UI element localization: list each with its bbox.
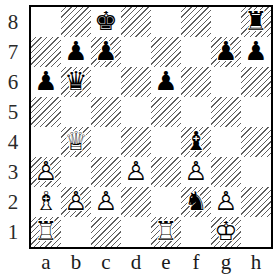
black-pawn: ♟︎ xyxy=(151,67,181,97)
square-d1[interactable] xyxy=(121,217,151,247)
white-pawn: ♟︎♙ xyxy=(181,157,211,187)
square-a5[interactable] xyxy=(31,97,61,127)
square-f4[interactable]: ♝ xyxy=(181,127,211,157)
square-g2[interactable]: ♟︎♙ xyxy=(211,187,241,217)
file-label-g: g xyxy=(211,249,241,276)
square-g8[interactable] xyxy=(211,7,241,37)
white-queen: ♛♕ xyxy=(61,127,91,157)
rank-label-7: 7 xyxy=(0,37,26,67)
black-pawn: ♟︎ xyxy=(61,37,91,67)
square-h2[interactable] xyxy=(241,187,271,217)
square-g7[interactable]: ♟︎ xyxy=(211,37,241,67)
square-g1[interactable]: ♚♔ xyxy=(211,217,241,247)
square-e3[interactable] xyxy=(151,157,181,187)
square-g6[interactable] xyxy=(211,67,241,97)
square-g3[interactable] xyxy=(211,157,241,187)
file-label-c: c xyxy=(91,249,121,276)
square-c1[interactable] xyxy=(91,217,121,247)
square-c8[interactable]: ♚ xyxy=(91,7,121,37)
square-b1[interactable] xyxy=(61,217,91,247)
square-g5[interactable] xyxy=(211,97,241,127)
square-h6[interactable] xyxy=(241,67,271,97)
white-pawn: ♟︎♙ xyxy=(211,187,241,217)
white-king: ♚♔ xyxy=(211,217,241,247)
file-label-f: f xyxy=(181,249,211,276)
file-label-h: h xyxy=(241,249,271,276)
square-f3[interactable]: ♟︎♙ xyxy=(181,157,211,187)
square-f2[interactable]: ♞ xyxy=(181,187,211,217)
black-pawn: ♟︎ xyxy=(241,37,271,67)
square-b6[interactable]: ♛ xyxy=(61,67,91,97)
square-d5[interactable] xyxy=(121,97,151,127)
file-label-a: a xyxy=(31,249,61,276)
square-f6[interactable] xyxy=(181,67,211,97)
black-king: ♚ xyxy=(91,7,121,37)
square-d3[interactable]: ♟︎♙ xyxy=(121,157,151,187)
white-rook: ♜♖ xyxy=(151,217,181,247)
black-bishop: ♝ xyxy=(181,127,211,157)
file-label-d: d xyxy=(121,249,151,276)
white-pawn: ♟︎♙ xyxy=(121,157,151,187)
black-knight: ♞ xyxy=(181,187,211,217)
square-h3[interactable] xyxy=(241,157,271,187)
rank-label-5: 5 xyxy=(0,97,26,127)
white-bishop: ♝♗ xyxy=(31,187,61,217)
white-pawn: ♟︎♙ xyxy=(31,157,61,187)
black-pawn: ♟︎ xyxy=(211,37,241,67)
square-b3[interactable] xyxy=(61,157,91,187)
square-b5[interactable] xyxy=(61,97,91,127)
square-f1[interactable] xyxy=(181,217,211,247)
black-pawn: ♟︎ xyxy=(91,37,121,67)
rank-label-4: 4 xyxy=(0,127,26,157)
square-b2[interactable]: ♟︎♙ xyxy=(61,187,91,217)
square-c4[interactable] xyxy=(91,127,121,157)
square-h8[interactable]: ♜ xyxy=(241,7,271,37)
square-a2[interactable]: ♝♗ xyxy=(31,187,61,217)
chess-diagram: 87654321 ♚♜♟︎♟︎♟︎♟︎♟︎♛♟︎♛♕♝♟︎♙♟︎♙♟︎♙♝♗♟︎… xyxy=(0,0,279,280)
file-label-e: e xyxy=(151,249,181,276)
square-b4[interactable]: ♛♕ xyxy=(61,127,91,157)
square-a7[interactable] xyxy=(31,37,61,67)
square-c3[interactable] xyxy=(91,157,121,187)
square-e2[interactable] xyxy=(151,187,181,217)
square-g4[interactable] xyxy=(211,127,241,157)
black-pawn: ♟︎ xyxy=(31,67,61,97)
square-b7[interactable]: ♟︎ xyxy=(61,37,91,67)
board: ♚♜♟︎♟︎♟︎♟︎♟︎♛♟︎♛♕♝♟︎♙♟︎♙♟︎♙♝♗♟︎♙♟︎♙♞♟︎♙♜… xyxy=(29,5,273,249)
square-c5[interactable] xyxy=(91,97,121,127)
file-label-b: b xyxy=(61,249,91,276)
square-h5[interactable] xyxy=(241,97,271,127)
rank-label-3: 3 xyxy=(0,157,26,187)
square-a6[interactable]: ♟︎ xyxy=(31,67,61,97)
rank-label-8: 8 xyxy=(0,7,26,37)
white-pawn: ♟︎♙ xyxy=(61,187,91,217)
square-b8[interactable] xyxy=(61,7,91,37)
square-f8[interactable] xyxy=(181,7,211,37)
square-e1[interactable]: ♜♖ xyxy=(151,217,181,247)
square-h4[interactable] xyxy=(241,127,271,157)
rank-label-1: 1 xyxy=(0,217,26,247)
black-rook: ♜ xyxy=(241,7,271,37)
square-e7[interactable] xyxy=(151,37,181,67)
square-h7[interactable]: ♟︎ xyxy=(241,37,271,67)
square-a8[interactable] xyxy=(31,7,61,37)
rank-labels: 87654321 xyxy=(0,7,26,247)
rank-label-6: 6 xyxy=(0,67,26,97)
square-c2[interactable]: ♟︎♙ xyxy=(91,187,121,217)
square-d6[interactable] xyxy=(121,67,151,97)
black-queen: ♛ xyxy=(61,67,91,97)
file-labels: abcdefgh xyxy=(31,249,271,276)
square-d2[interactable] xyxy=(121,187,151,217)
square-e4[interactable] xyxy=(151,127,181,157)
square-d4[interactable] xyxy=(121,127,151,157)
square-a1[interactable]: ♜♖ xyxy=(31,217,61,247)
square-e5[interactable] xyxy=(151,97,181,127)
square-c6[interactable] xyxy=(91,67,121,97)
square-h1[interactable] xyxy=(241,217,271,247)
square-c7[interactable]: ♟︎ xyxy=(91,37,121,67)
square-f7[interactable] xyxy=(181,37,211,67)
rank-label-2: 2 xyxy=(0,187,26,217)
square-a4[interactable] xyxy=(31,127,61,157)
square-e6[interactable]: ♟︎ xyxy=(151,67,181,97)
square-a3[interactable]: ♟︎♙ xyxy=(31,157,61,187)
square-e8[interactable] xyxy=(151,7,181,37)
square-d8[interactable] xyxy=(121,7,151,37)
white-rook: ♜♖ xyxy=(31,217,61,247)
square-d7[interactable] xyxy=(121,37,151,67)
white-pawn: ♟︎♙ xyxy=(91,187,121,217)
square-f5[interactable] xyxy=(181,97,211,127)
